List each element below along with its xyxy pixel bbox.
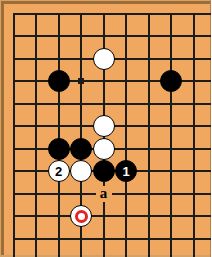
board-frame-left-light <box>0 0 1 257</box>
black-stone <box>48 70 70 92</box>
go-board: a21 <box>0 0 211 257</box>
move-number: 2 <box>55 165 62 178</box>
white-stone <box>93 48 115 70</box>
move-number: 1 <box>122 165 129 178</box>
white-stone <box>93 115 115 137</box>
black-stone <box>93 160 115 182</box>
black-stone-move-1: 1 <box>115 160 137 182</box>
board-frame-left-dark <box>1 1 4 257</box>
board-frame-top-light <box>0 0 211 1</box>
black-stone <box>48 138 70 160</box>
white-stone-move-2: 2 <box>48 160 70 182</box>
black-stone <box>160 70 182 92</box>
black-stone <box>70 138 92 160</box>
board-frame-top-dark <box>0 1 211 4</box>
white-stone <box>70 160 92 182</box>
point-label-a: a <box>96 186 112 202</box>
hoshi-point <box>78 78 84 84</box>
circle-mark-icon <box>75 210 88 223</box>
white-stone <box>93 138 115 160</box>
grid-lines <box>13 13 212 257</box>
white-stone-circled <box>70 205 92 227</box>
